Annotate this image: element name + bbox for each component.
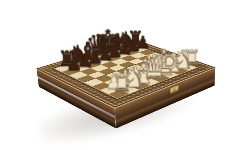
chess-box-scene: ♜♞♝♛♚♝♞♜♟♟♟♟♟♟♟♟♟♟♟♟♟♟♟♟♜♞♝♛♚♝♞♜ — [62, 4, 190, 132]
square-f1: ♝ — [161, 71, 179, 78]
chess-box-top: ♜♞♝♛♚♝♞♜♟♟♟♟♟♟♟♟♟♟♟♟♟♟♟♟♜♞♝♛♚♝♞♜ — [35, 39, 216, 109]
latch-knob-icon — [176, 86, 178, 91]
latch-knob-icon — [171, 88, 173, 93]
piece-black-rook-h8: ♜ — [109, 29, 160, 48]
piece-black-queen-d8: ♛ — [71, 31, 125, 60]
square-a1: ♜ — [109, 90, 129, 98]
brass-latch-icon — [170, 85, 179, 94]
product-photo: ♜♞♝♛♚♝♞♜♟♟♟♟♟♟♟♟♟♟♟♟♟♟♟♟♜♞♝♛♚♝♞♜ — [0, 0, 240, 150]
